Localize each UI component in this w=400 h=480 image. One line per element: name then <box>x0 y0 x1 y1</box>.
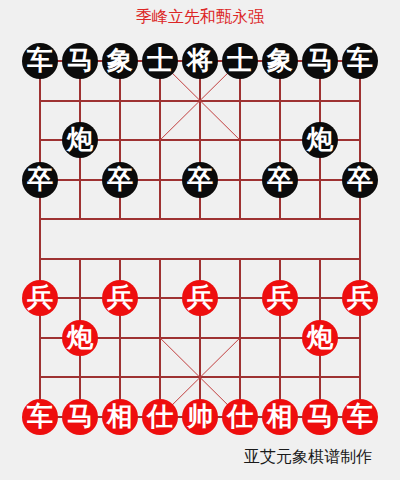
piece-black-炮[interactable]: 炮 <box>302 122 338 158</box>
piece-black-马[interactable]: 马 <box>62 43 98 79</box>
piece-red-马[interactable]: 马 <box>302 399 338 435</box>
piece-black-马[interactable]: 马 <box>302 43 338 79</box>
credit-text: 亚艾元象棋谱制作 <box>244 448 372 466</box>
piece-red-相[interactable]: 相 <box>262 399 298 435</box>
piece-black-卒[interactable]: 卒 <box>262 162 298 198</box>
piece-black-象[interactable]: 象 <box>262 43 298 79</box>
piece-black-卒[interactable]: 卒 <box>342 162 378 198</box>
piece-black-士[interactable]: 士 <box>142 43 178 79</box>
piece-black-卒[interactable]: 卒 <box>102 162 138 198</box>
piece-red-车[interactable]: 车 <box>342 399 378 435</box>
piece-black-车[interactable]: 车 <box>22 43 58 79</box>
piece-black-象[interactable]: 象 <box>102 43 138 79</box>
xiangqi-board[interactable]: 车马象士将士象马车炮炮卒卒卒卒卒兵兵兵兵兵炮炮车马相仕帅仕相马车 <box>0 0 400 480</box>
piece-red-仕[interactable]: 仕 <box>222 399 258 435</box>
piece-red-帅[interactable]: 帅 <box>182 399 218 435</box>
piece-red-炮[interactable]: 炮 <box>302 320 338 356</box>
piece-red-兵[interactable]: 兵 <box>342 280 378 316</box>
piece-red-马[interactable]: 马 <box>62 399 98 435</box>
piece-black-炮[interactable]: 炮 <box>62 122 98 158</box>
piece-black-车[interactable]: 车 <box>342 43 378 79</box>
piece-red-炮[interactable]: 炮 <box>62 320 98 356</box>
piece-red-车[interactable]: 车 <box>22 399 58 435</box>
piece-black-卒[interactable]: 卒 <box>182 162 218 198</box>
piece-red-相[interactable]: 相 <box>102 399 138 435</box>
piece-red-兵[interactable]: 兵 <box>22 280 58 316</box>
piece-red-兵[interactable]: 兵 <box>102 280 138 316</box>
piece-black-卒[interactable]: 卒 <box>22 162 58 198</box>
piece-red-仕[interactable]: 仕 <box>142 399 178 435</box>
piece-red-兵[interactable]: 兵 <box>262 280 298 316</box>
xiangqi-app: 季峰立先和甄永强 车马象士将士象马车炮炮卒卒卒卒卒兵兵兵兵兵炮炮车马相仕帅仕相马… <box>0 0 400 480</box>
piece-black-将[interactable]: 将 <box>182 43 218 79</box>
pieces-layer: 车马象士将士象马车炮炮卒卒卒卒卒兵兵兵兵兵炮炮车马相仕帅仕相马车 <box>20 41 380 437</box>
piece-red-兵[interactable]: 兵 <box>182 280 218 316</box>
piece-black-士[interactable]: 士 <box>222 43 258 79</box>
